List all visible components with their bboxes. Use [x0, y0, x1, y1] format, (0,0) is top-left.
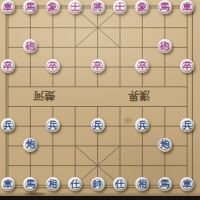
- piece-black-soldier[interactable]: 卒: [1, 59, 15, 73]
- piece-black-chariot[interactable]: 車: [180, 0, 194, 14]
- piece-red-soldier[interactable]: 兵: [46, 118, 60, 132]
- piece-black-soldier[interactable]: 卒: [180, 59, 194, 73]
- piece-glyph: 卒: [46, 59, 60, 73]
- piece-red-soldier[interactable]: 兵: [180, 118, 194, 132]
- piece-glyph: 兵: [1, 118, 15, 132]
- piece-glyph: 砲: [158, 39, 172, 53]
- piece-black-chariot[interactable]: 車: [1, 0, 15, 14]
- piece-black-horse[interactable]: 馬: [158, 0, 172, 14]
- piece-red-advisor[interactable]: 仕: [113, 177, 127, 191]
- piece-glyph: 卒: [91, 59, 105, 73]
- piece-black-general[interactable]: 將: [91, 0, 105, 14]
- piece-glyph: 相: [135, 177, 149, 191]
- piece-black-soldier[interactable]: 卒: [91, 59, 105, 73]
- board-front-edge: [0, 196, 200, 200]
- xiangqi-board[interactable]: 楚河 漢界 車馬象士將士象馬車砲砲卒卒卒卒卒兵兵兵兵兵炮炮車馬相仕帥仕相馬車: [0, 0, 200, 200]
- piece-glyph: 仕: [68, 177, 82, 191]
- piece-glyph: 仕: [113, 177, 127, 191]
- piece-glyph: 象: [135, 0, 149, 14]
- piece-glyph: 車: [180, 177, 194, 191]
- piece-black-elephant[interactable]: 象: [46, 0, 60, 14]
- piece-glyph: 士: [68, 0, 82, 14]
- piece-red-soldier[interactable]: 兵: [91, 118, 105, 132]
- piece-red-horse[interactable]: 馬: [23, 177, 37, 191]
- piece-black-soldier[interactable]: 卒: [135, 59, 149, 73]
- piece-red-advisor[interactable]: 仕: [68, 177, 82, 191]
- piece-black-soldier[interactable]: 卒: [46, 59, 60, 73]
- piece-red-chariot[interactable]: 車: [180, 177, 194, 191]
- piece-glyph: 馬: [23, 177, 37, 191]
- piece-glyph: 將: [91, 0, 105, 14]
- piece-black-cannon[interactable]: 砲: [158, 39, 172, 53]
- piece-glyph: 兵: [180, 118, 194, 132]
- piece-red-general[interactable]: 帥: [91, 177, 105, 191]
- piece-black-advisor[interactable]: 士: [113, 0, 127, 14]
- piece-red-elephant[interactable]: 相: [135, 177, 149, 191]
- piece-red-elephant[interactable]: 相: [46, 177, 60, 191]
- pieces-layer: 車馬象士將士象馬車砲砲卒卒卒卒卒兵兵兵兵兵炮炮車馬相仕帥仕相馬車: [0, 0, 200, 200]
- piece-glyph: 馬: [23, 0, 37, 14]
- piece-red-horse[interactable]: 馬: [158, 177, 172, 191]
- piece-glyph: 馬: [158, 177, 172, 191]
- piece-glyph: 卒: [1, 59, 15, 73]
- piece-black-advisor[interactable]: 士: [68, 0, 82, 14]
- piece-glyph: 車: [1, 177, 15, 191]
- piece-glyph: 砲: [23, 39, 37, 53]
- piece-glyph: 卒: [180, 59, 194, 73]
- piece-glyph: 車: [1, 0, 15, 14]
- piece-black-cannon[interactable]: 砲: [23, 39, 37, 53]
- piece-red-soldier[interactable]: 兵: [135, 118, 149, 132]
- piece-glyph: 卒: [135, 59, 149, 73]
- piece-red-cannon[interactable]: 炮: [23, 138, 37, 152]
- piece-black-elephant[interactable]: 象: [135, 0, 149, 14]
- piece-glyph: 相: [46, 177, 60, 191]
- piece-glyph: 士: [113, 0, 127, 14]
- piece-red-chariot[interactable]: 車: [1, 177, 15, 191]
- piece-red-soldier[interactable]: 兵: [1, 118, 15, 132]
- piece-glyph: 兵: [46, 118, 60, 132]
- piece-glyph: 兵: [135, 118, 149, 132]
- piece-glyph: 車: [180, 0, 194, 14]
- piece-glyph: 象: [46, 0, 60, 14]
- piece-glyph: 炮: [23, 137, 37, 151]
- piece-glyph: 馬: [158, 0, 172, 14]
- piece-red-cannon[interactable]: 炮: [158, 138, 172, 152]
- piece-glyph: 帥: [91, 177, 105, 191]
- piece-glyph: 兵: [91, 118, 105, 132]
- piece-glyph: 炮: [158, 137, 172, 151]
- piece-black-horse[interactable]: 馬: [23, 0, 37, 14]
